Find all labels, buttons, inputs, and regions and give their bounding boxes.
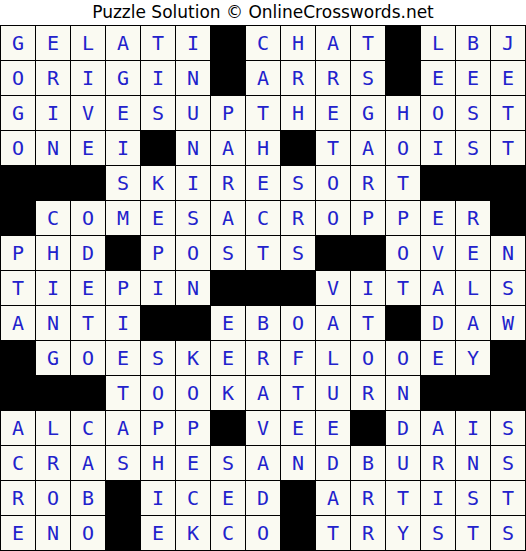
- grid-cell: N: [176, 61, 211, 96]
- black-cell: [491, 201, 526, 236]
- black-cell: [211, 26, 246, 61]
- grid-cell: T: [491, 131, 526, 166]
- grid-cell: T: [491, 96, 526, 131]
- black-cell: [386, 61, 421, 96]
- black-cell: [281, 131, 316, 166]
- grid-cell: N: [36, 516, 71, 551]
- black-cell: [281, 271, 316, 306]
- grid-cell: E: [421, 61, 456, 96]
- grid-cell: P: [176, 411, 211, 446]
- black-cell: [421, 166, 456, 201]
- grid-cell: C: [1, 446, 36, 481]
- grid-cell: E: [456, 236, 491, 271]
- grid-cell: E: [281, 411, 316, 446]
- grid-cell: I: [421, 481, 456, 516]
- grid-cell: R: [1, 481, 36, 516]
- grid-cell: H: [246, 131, 281, 166]
- grid-cell: N: [491, 236, 526, 271]
- grid-cell: E: [421, 201, 456, 236]
- grid-cell: I: [141, 61, 176, 96]
- grid-cell: K: [211, 376, 246, 411]
- black-cell: [176, 306, 211, 341]
- grid-cell: P: [141, 411, 176, 446]
- grid-cell: L: [71, 26, 106, 61]
- grid-cell: O: [71, 201, 106, 236]
- grid-cell: E: [141, 516, 176, 551]
- grid-cell: A: [106, 26, 141, 61]
- grid-cell: T: [351, 306, 386, 341]
- grid-cell: T: [386, 271, 421, 306]
- grid-cell: S: [281, 166, 316, 201]
- grid-cell: O: [71, 341, 106, 376]
- grid-cell: O: [71, 516, 106, 551]
- grid-cell: A: [246, 446, 281, 481]
- grid-cell: P: [351, 201, 386, 236]
- grid-cell: R: [246, 341, 281, 376]
- black-cell: [281, 516, 316, 551]
- grid-cell: R: [316, 61, 351, 96]
- grid-cell: N: [281, 446, 316, 481]
- grid-cell: O: [316, 201, 351, 236]
- grid-cell: I: [36, 96, 71, 131]
- grid-cell: L: [316, 341, 351, 376]
- grid-cell: V: [71, 96, 106, 131]
- grid-cell: I: [36, 271, 71, 306]
- grid-cell: B: [351, 446, 386, 481]
- black-cell: [106, 481, 141, 516]
- grid-cell: S: [491, 446, 526, 481]
- grid-cell: A: [211, 201, 246, 236]
- grid-cell: A: [1, 411, 36, 446]
- grid-cell: D: [386, 411, 421, 446]
- grid-cell: A: [246, 61, 281, 96]
- grid-cell: O: [281, 306, 316, 341]
- grid-cell: A: [71, 446, 106, 481]
- grid-cell: C: [246, 26, 281, 61]
- grid-cell: O: [421, 96, 456, 131]
- grid-cell: W: [491, 306, 526, 341]
- grid-cell: D: [246, 481, 281, 516]
- black-cell: [351, 411, 386, 446]
- grid-cell: M: [106, 201, 141, 236]
- grid-cell: E: [246, 166, 281, 201]
- grid-cell: E: [491, 61, 526, 96]
- grid-cell: S: [211, 446, 246, 481]
- grid-cell: T: [386, 166, 421, 201]
- grid-cell: I: [141, 481, 176, 516]
- grid-cell: G: [36, 341, 71, 376]
- grid-cell: O: [1, 61, 36, 96]
- grid-cell: V: [246, 411, 281, 446]
- grid-cell: O: [386, 131, 421, 166]
- grid-cell: R: [351, 481, 386, 516]
- grid-cell: D: [421, 306, 456, 341]
- grid-cell: U: [176, 96, 211, 131]
- grid-cell: D: [316, 446, 351, 481]
- grid-cell: A: [211, 131, 246, 166]
- grid-cell: A: [1, 306, 36, 341]
- grid-cell: S: [141, 96, 176, 131]
- grid-cell: T: [456, 516, 491, 551]
- grid-cell: O: [246, 516, 281, 551]
- grid-cell: O: [351, 341, 386, 376]
- grid-cell: Y: [456, 341, 491, 376]
- grid-cell: R: [351, 166, 386, 201]
- grid-cell: S: [456, 131, 491, 166]
- grid-cell: R: [456, 201, 491, 236]
- black-cell: [141, 306, 176, 341]
- grid-cell: T: [246, 236, 281, 271]
- grid-cell: C: [36, 201, 71, 236]
- black-cell: [1, 201, 36, 236]
- black-cell: [141, 131, 176, 166]
- grid-cell: T: [386, 481, 421, 516]
- grid-cell: S: [491, 411, 526, 446]
- grid-cell: O: [386, 236, 421, 271]
- grid-cell: N: [456, 446, 491, 481]
- grid-cell: C: [71, 411, 106, 446]
- grid-cell: S: [456, 481, 491, 516]
- grid-cell: T: [491, 481, 526, 516]
- grid-cell: O: [316, 166, 351, 201]
- black-cell: [1, 341, 36, 376]
- grid-cell: N: [36, 131, 71, 166]
- grid-cell: P: [106, 271, 141, 306]
- grid-cell: S: [351, 61, 386, 96]
- grid-cell: H: [281, 26, 316, 61]
- grid-cell: R: [281, 201, 316, 236]
- black-cell: [36, 376, 71, 411]
- black-cell: [36, 166, 71, 201]
- grid-cell: G: [1, 26, 36, 61]
- grid-cell: N: [36, 306, 71, 341]
- grid-cell: E: [106, 96, 141, 131]
- grid-cell: A: [246, 376, 281, 411]
- grid-cell: E: [71, 271, 106, 306]
- grid-cell: E: [456, 61, 491, 96]
- grid-cell: A: [106, 411, 141, 446]
- black-cell: [386, 306, 421, 341]
- grid-cell: L: [36, 411, 71, 446]
- grid-cell: E: [211, 306, 246, 341]
- grid-cell: T: [281, 376, 316, 411]
- grid-cell: T: [316, 516, 351, 551]
- grid-cell: U: [316, 376, 351, 411]
- grid-cell: R: [36, 61, 71, 96]
- grid-cell: O: [1, 131, 36, 166]
- grid-cell: E: [211, 481, 246, 516]
- grid-cell: B: [246, 306, 281, 341]
- black-cell: [491, 376, 526, 411]
- black-cell: [1, 376, 36, 411]
- grid-cell: L: [421, 26, 456, 61]
- black-cell: [491, 166, 526, 201]
- grid-cell: R: [351, 376, 386, 411]
- black-cell: [316, 236, 351, 271]
- grid-cell: R: [211, 166, 246, 201]
- black-cell: [386, 26, 421, 61]
- grid-cell: E: [141, 201, 176, 236]
- grid-cell: I: [106, 131, 141, 166]
- grid-cell: E: [36, 26, 71, 61]
- grid-cell: I: [351, 271, 386, 306]
- grid-cell: H: [36, 236, 71, 271]
- black-cell: [456, 376, 491, 411]
- grid-cell: A: [316, 306, 351, 341]
- black-cell: [491, 341, 526, 376]
- grid-cell: P: [1, 236, 36, 271]
- grid-cell: E: [176, 446, 211, 481]
- grid-cell: B: [456, 26, 491, 61]
- grid-cell: C: [246, 201, 281, 236]
- grid-cell: A: [421, 271, 456, 306]
- grid-cell: B: [71, 481, 106, 516]
- grid-cell: G: [351, 96, 386, 131]
- black-cell: [106, 236, 141, 271]
- black-cell: [456, 166, 491, 201]
- grid-cell: I: [71, 61, 106, 96]
- grid-cell: O: [386, 341, 421, 376]
- grid-cell: O: [176, 376, 211, 411]
- grid-cell: J: [491, 26, 526, 61]
- black-cell: [246, 271, 281, 306]
- grid-cell: K: [176, 341, 211, 376]
- grid-cell: A: [351, 131, 386, 166]
- grid-cell: R: [421, 446, 456, 481]
- grid-cell: O: [176, 236, 211, 271]
- grid-cell: G: [1, 96, 36, 131]
- grid-cell: R: [351, 516, 386, 551]
- grid-cell: T: [351, 26, 386, 61]
- black-cell: [211, 61, 246, 96]
- black-cell: [1, 166, 36, 201]
- grid-cell: R: [36, 446, 71, 481]
- grid-cell: P: [141, 236, 176, 271]
- grid-cell: O: [36, 481, 71, 516]
- grid-cell: E: [71, 131, 106, 166]
- grid-cell: R: [281, 61, 316, 96]
- grid-cell: Y: [386, 516, 421, 551]
- grid-cell: P: [211, 96, 246, 131]
- puzzle-title: Puzzle Solution © OnlineCrosswords.net: [0, 0, 526, 25]
- grid-cell: E: [106, 341, 141, 376]
- grid-cell: S: [106, 166, 141, 201]
- grid-cell: T: [71, 306, 106, 341]
- grid-cell: N: [176, 271, 211, 306]
- grid-cell: T: [141, 26, 176, 61]
- grid-cell: K: [176, 516, 211, 551]
- grid-cell: T: [246, 96, 281, 131]
- grid-cell: E: [316, 411, 351, 446]
- black-cell: [71, 376, 106, 411]
- grid-cell: G: [106, 61, 141, 96]
- grid-cell: T: [106, 376, 141, 411]
- grid-cell: I: [176, 26, 211, 61]
- grid-cell: V: [421, 236, 456, 271]
- grid-cell: E: [316, 96, 351, 131]
- grid-cell: A: [316, 481, 351, 516]
- grid-cell: I: [176, 166, 211, 201]
- grid-cell: L: [456, 271, 491, 306]
- grid-cell: F: [281, 341, 316, 376]
- grid-cell: S: [421, 516, 456, 551]
- grid-cell: E: [421, 341, 456, 376]
- grid-cell: C: [211, 516, 246, 551]
- grid-cell: S: [491, 516, 526, 551]
- grid-cell: U: [386, 446, 421, 481]
- grid-cell: P: [386, 201, 421, 236]
- black-cell: [106, 516, 141, 551]
- black-cell: [211, 271, 246, 306]
- grid-cell: E: [1, 516, 36, 551]
- grid-cell: T: [316, 131, 351, 166]
- grid-cell: T: [1, 271, 36, 306]
- grid-cell: S: [281, 236, 316, 271]
- grid-cell: O: [141, 376, 176, 411]
- black-cell: [211, 411, 246, 446]
- crossword-grid: GELATICHATLBJORIGINARRSEEEGIVESUPTHEGHOS…: [0, 25, 526, 551]
- grid-cell: N: [386, 376, 421, 411]
- grid-cell: S: [176, 201, 211, 236]
- grid-cell: I: [421, 131, 456, 166]
- grid-cell: A: [316, 26, 351, 61]
- grid-cell: I: [106, 306, 141, 341]
- grid-cell: S: [141, 341, 176, 376]
- grid-cell: H: [386, 96, 421, 131]
- grid-cell: C: [176, 481, 211, 516]
- grid-cell: A: [421, 411, 456, 446]
- grid-cell: H: [281, 96, 316, 131]
- grid-cell: S: [456, 96, 491, 131]
- grid-cell: V: [316, 271, 351, 306]
- grid-cell: I: [141, 271, 176, 306]
- black-cell: [421, 376, 456, 411]
- grid-cell: S: [211, 236, 246, 271]
- black-cell: [351, 236, 386, 271]
- grid-cell: D: [71, 236, 106, 271]
- black-cell: [281, 481, 316, 516]
- black-cell: [71, 166, 106, 201]
- grid-cell: H: [141, 446, 176, 481]
- grid-cell: N: [176, 131, 211, 166]
- grid-cell: A: [456, 306, 491, 341]
- grid-cell: S: [491, 271, 526, 306]
- grid-cell: K: [141, 166, 176, 201]
- grid-cell: E: [211, 341, 246, 376]
- grid-cell: I: [456, 411, 491, 446]
- grid-cell: S: [106, 446, 141, 481]
